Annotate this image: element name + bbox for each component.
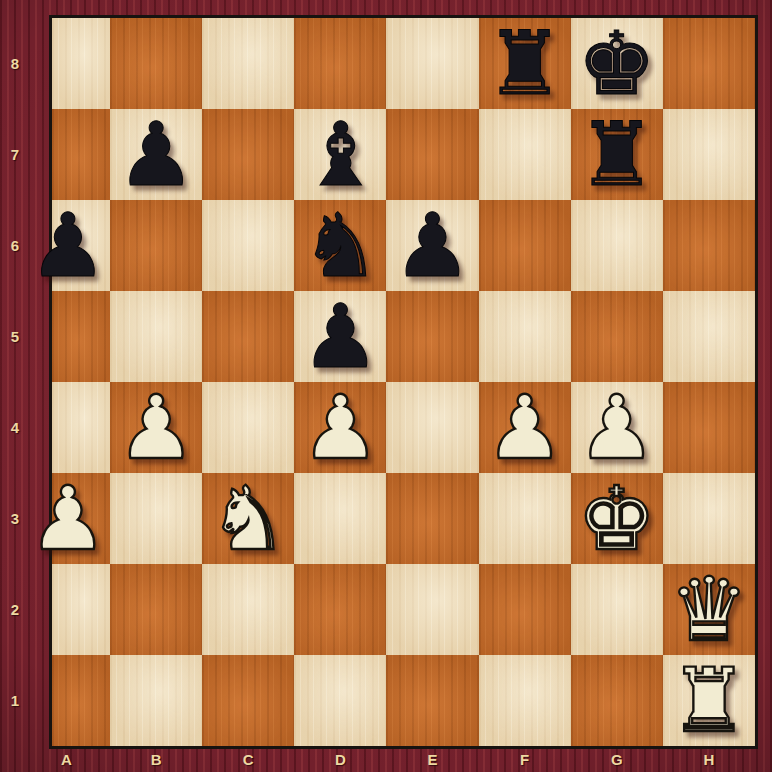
- file-label-d: D: [294, 746, 386, 772]
- white-pawn-icon[interactable]: ♟: [301, 384, 380, 472]
- square-a1[interactable]: [52, 655, 110, 746]
- square-h2[interactable]: ♛: [663, 564, 755, 655]
- black-pawn-icon[interactable]: ♟: [393, 202, 472, 290]
- square-c4[interactable]: [202, 382, 294, 473]
- square-f8[interactable]: ♜: [479, 18, 571, 109]
- square-b8[interactable]: [110, 18, 202, 109]
- black-pawn-icon[interactable]: ♟: [117, 111, 196, 199]
- white-rook-icon[interactable]: ♜: [669, 657, 748, 745]
- square-c2[interactable]: [202, 564, 294, 655]
- white-knight-icon[interactable]: ♞: [209, 475, 288, 563]
- file-label-h: H: [663, 746, 755, 772]
- square-c6[interactable]: [202, 200, 294, 291]
- rank-label-5: 5: [0, 291, 30, 382]
- square-c1[interactable]: [202, 655, 294, 746]
- file-labels: ABCDEFGH: [52, 746, 755, 772]
- square-g8[interactable]: ♚: [571, 18, 663, 109]
- square-a4[interactable]: [52, 382, 110, 473]
- board-frame: 87654321 ♜♚♟♝♜♟♞♟♟♟♟♟♟♟♞♚♛♜ ABCDEFGH: [0, 0, 772, 772]
- file-label-b: B: [110, 746, 202, 772]
- square-a3[interactable]: ♟: [52, 473, 110, 564]
- file-label-c: C: [202, 746, 294, 772]
- square-c7[interactable]: [202, 109, 294, 200]
- square-d4[interactable]: ♟: [294, 382, 386, 473]
- black-pawn-icon[interactable]: ♟: [29, 202, 108, 290]
- square-d7[interactable]: ♝: [294, 109, 386, 200]
- square-d8[interactable]: [294, 18, 386, 109]
- square-b6[interactable]: [110, 200, 202, 291]
- square-h4[interactable]: [663, 382, 755, 473]
- square-e5[interactable]: [386, 291, 478, 382]
- rank-label-6: 6: [0, 200, 30, 291]
- square-e7[interactable]: [386, 109, 478, 200]
- square-f3[interactable]: [479, 473, 571, 564]
- white-queen-icon[interactable]: ♛: [669, 566, 748, 654]
- square-f1[interactable]: [479, 655, 571, 746]
- square-c5[interactable]: [202, 291, 294, 382]
- square-a6[interactable]: ♟: [52, 200, 110, 291]
- black-rook-icon[interactable]: ♜: [485, 20, 564, 108]
- square-g1[interactable]: [571, 655, 663, 746]
- square-f4[interactable]: ♟: [479, 382, 571, 473]
- square-e4[interactable]: [386, 382, 478, 473]
- square-g2[interactable]: [571, 564, 663, 655]
- square-e2[interactable]: [386, 564, 478, 655]
- square-b1[interactable]: [110, 655, 202, 746]
- square-f6[interactable]: [479, 200, 571, 291]
- square-g3[interactable]: ♚: [571, 473, 663, 564]
- black-rook-icon[interactable]: ♜: [577, 111, 656, 199]
- square-e6[interactable]: ♟: [386, 200, 478, 291]
- chess-board: ♜♚♟♝♜♟♞♟♟♟♟♟♟♟♞♚♛♜: [49, 15, 758, 749]
- square-h1[interactable]: ♜: [663, 655, 755, 746]
- square-e1[interactable]: [386, 655, 478, 746]
- square-b4[interactable]: ♟: [110, 382, 202, 473]
- square-a8[interactable]: [52, 18, 110, 109]
- square-h8[interactable]: [663, 18, 755, 109]
- square-g4[interactable]: ♟: [571, 382, 663, 473]
- rank-label-4: 4: [0, 382, 30, 473]
- white-king-icon[interactable]: ♚: [577, 475, 656, 563]
- white-pawn-icon[interactable]: ♟: [117, 384, 196, 472]
- square-h3[interactable]: [663, 473, 755, 564]
- square-e3[interactable]: [386, 473, 478, 564]
- square-d6[interactable]: ♞: [294, 200, 386, 291]
- rank-label-3: 3: [0, 473, 30, 564]
- square-d5[interactable]: ♟: [294, 291, 386, 382]
- square-e8[interactable]: [386, 18, 478, 109]
- rank-label-7: 7: [0, 109, 30, 200]
- square-c3[interactable]: ♞: [202, 473, 294, 564]
- file-label-a: A: [52, 746, 110, 772]
- black-king-icon[interactable]: ♚: [577, 20, 656, 108]
- square-b2[interactable]: [110, 564, 202, 655]
- square-f7[interactable]: [479, 109, 571, 200]
- white-pawn-icon[interactable]: ♟: [577, 384, 656, 472]
- square-d3[interactable]: [294, 473, 386, 564]
- square-a7[interactable]: [52, 109, 110, 200]
- square-a2[interactable]: [52, 564, 110, 655]
- square-b5[interactable]: [110, 291, 202, 382]
- square-f5[interactable]: [479, 291, 571, 382]
- black-pawn-icon[interactable]: ♟: [301, 293, 380, 381]
- rank-labels: 87654321: [0, 18, 30, 746]
- square-d1[interactable]: [294, 655, 386, 746]
- file-label-f: F: [479, 746, 571, 772]
- black-knight-icon[interactable]: ♞: [301, 202, 380, 290]
- black-bishop-icon[interactable]: ♝: [301, 111, 380, 199]
- rank-label-8: 8: [0, 18, 30, 109]
- square-b3[interactable]: [110, 473, 202, 564]
- white-pawn-icon[interactable]: ♟: [29, 475, 108, 563]
- rank-label-2: 2: [0, 564, 30, 655]
- file-label-g: G: [571, 746, 663, 772]
- square-g6[interactable]: [571, 200, 663, 291]
- square-a5[interactable]: [52, 291, 110, 382]
- square-h5[interactable]: [663, 291, 755, 382]
- square-h7[interactable]: [663, 109, 755, 200]
- file-label-e: E: [386, 746, 478, 772]
- square-c8[interactable]: [202, 18, 294, 109]
- rank-label-1: 1: [0, 655, 30, 746]
- square-g7[interactable]: ♜: [571, 109, 663, 200]
- white-pawn-icon[interactable]: ♟: [485, 384, 564, 472]
- square-f2[interactable]: [479, 564, 571, 655]
- square-d2[interactable]: [294, 564, 386, 655]
- square-b7[interactable]: ♟: [110, 109, 202, 200]
- square-g5[interactable]: [571, 291, 663, 382]
- square-h6[interactable]: [663, 200, 755, 291]
